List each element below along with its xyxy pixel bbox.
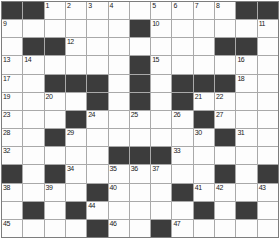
cell-r13c1[interactable]: 45 [2,220,22,237]
black-cell-r7c4 [66,111,86,128]
black-cell-r13c8 [151,220,171,237]
cell-r3c4[interactable]: 12 [66,38,86,55]
clue-number-19: 19 [3,93,10,101]
cell-r6c13[interactable] [258,93,278,110]
black-cell-r5c11 [215,75,235,92]
cell-r5c6[interactable] [109,75,129,92]
clue-number-25: 25 [131,111,138,119]
cell-r9c4[interactable] [66,147,86,164]
cell-r11c3[interactable]: 39 [45,184,65,201]
black-cell-r1c13 [258,2,278,19]
black-cell-r1c12 [236,2,256,19]
clue-number-8: 8 [216,2,219,10]
cell-r2c1[interactable]: 9 [2,20,22,37]
cell-r4c5[interactable] [87,56,107,73]
cell-r6c6[interactable] [109,93,129,110]
cell-r10c8[interactable]: 37 [151,165,171,182]
black-cell-r6c7 [130,93,150,110]
clue-number-11: 11 [259,20,265,28]
clue-number-6: 6 [173,2,176,10]
cell-r2c3[interactable] [45,20,65,37]
clue-number-38: 38 [3,184,10,192]
cell-r6c3[interactable]: 20 [45,93,65,110]
cell-r13c2[interactable] [23,220,43,237]
cell-r2c8[interactable]: 10 [151,20,171,37]
clue-number-47: 47 [173,220,180,228]
cell-r12c13[interactable] [258,202,278,219]
cell-r8c2[interactable] [23,129,43,146]
clue-number-37: 37 [152,165,159,173]
black-cell-r7c10 [194,111,214,128]
clue-number-32: 32 [3,147,10,155]
cell-r10c5[interactable] [87,165,107,182]
cell-r8c5[interactable] [87,129,107,146]
clue-number-7: 7 [195,2,198,10]
cell-r4c13[interactable] [258,56,278,73]
cell-r3c7[interactable] [130,38,150,55]
cell-r9c13[interactable] [258,147,278,164]
cell-r9c12[interactable] [236,147,256,164]
cell-r2c5[interactable] [87,20,107,37]
cell-r11c13[interactable]: 43 [258,184,278,201]
clue-number-17: 17 [3,75,10,83]
clue-number-2: 2 [67,2,70,10]
cell-r4c9[interactable] [172,56,192,73]
cell-r3c10[interactable] [194,38,214,55]
cell-r7c1[interactable]: 23 [2,111,22,128]
cell-r1c4[interactable]: 2 [66,2,86,19]
black-cell-r5c4 [66,75,86,92]
cell-r5c12[interactable]: 18 [236,75,256,92]
black-cell-r10c1 [2,165,22,182]
black-cell-r5c9 [172,75,192,92]
cell-r9c11[interactable] [215,147,235,164]
cell-r7c3[interactable] [45,111,65,128]
cell-r1c9[interactable]: 6 [172,2,192,19]
cell-r12c1[interactable] [2,202,22,219]
cell-r13c12[interactable] [236,220,256,237]
cell-r13c4[interactable] [66,220,86,237]
black-cell-r12c10 [194,202,214,219]
cell-r5c8[interactable] [151,75,171,92]
black-cell-r8c11 [215,129,235,146]
cell-r9c5[interactable] [87,147,107,164]
cell-r10c9[interactable] [172,165,192,182]
cell-r3c6[interactable] [109,38,129,55]
cell-r9c3[interactable] [45,147,65,164]
black-cell-r6c9 [172,93,192,110]
cell-r3c9[interactable] [172,38,192,55]
clue-number-1: 1 [46,2,49,10]
cell-r11c10[interactable]: 41 [194,184,214,201]
cell-r8c13[interactable] [258,129,278,146]
clue-number-28: 28 [3,129,10,137]
clue-number-10: 10 [152,20,159,28]
cell-r7c13[interactable] [258,111,278,128]
cell-r7c6[interactable] [109,111,129,128]
black-cell-r12c2 [23,202,43,219]
cell-r13c13[interactable] [258,220,278,237]
cell-r2c10[interactable] [194,20,214,37]
cell-r5c2[interactable] [23,75,43,92]
clue-number-22: 22 [216,93,223,101]
black-cell-r5c10 [194,75,214,92]
cell-r12c8[interactable] [151,202,171,219]
clue-number-45: 45 [3,220,10,228]
cell-r1c6[interactable]: 4 [109,2,129,19]
cell-r4c10[interactable] [194,56,214,73]
clue-number-46: 46 [110,220,117,228]
cell-r4c12[interactable]: 16 [236,56,256,73]
clue-number-33: 33 [173,147,180,155]
cell-r6c12[interactable] [236,93,256,110]
clue-number-42: 42 [216,184,223,192]
clue-number-27: 27 [216,111,223,119]
cell-r11c7[interactable] [130,184,150,201]
cell-r3c8[interactable] [151,38,171,55]
clue-number-29: 29 [67,129,74,137]
cell-r6c11[interactable]: 22 [215,93,235,110]
clue-number-44: 44 [88,202,95,210]
black-cell-r9c6 [109,147,129,164]
cell-r2c4[interactable] [66,20,86,37]
cell-r5c1[interactable]: 17 [2,75,22,92]
cell-r2c11[interactable] [215,20,235,37]
cell-r7c9[interactable]: 26 [172,111,192,128]
cell-r5c13[interactable] [258,75,278,92]
cell-r7c2[interactable] [23,111,43,128]
black-cell-r13c5 [87,220,107,237]
black-cell-r1c1 [2,2,22,19]
cell-r10c10[interactable] [194,165,214,182]
cell-r13c10[interactable] [194,220,214,237]
black-cell-r5c7 [130,75,150,92]
black-cell-r3c2 [23,38,43,55]
clue-number-23: 23 [3,111,10,119]
cell-r3c1[interactable] [2,38,22,55]
cell-r6c1[interactable]: 19 [2,93,22,110]
cell-r4c1[interactable]: 13 [2,56,22,73]
black-cell-r6c5 [87,93,107,110]
clue-number-43: 43 [259,184,266,192]
clue-number-34: 34 [67,165,74,173]
clue-number-13: 13 [3,56,10,64]
cell-r4c11[interactable] [215,56,235,73]
cell-r11c11[interactable]: 42 [215,184,235,201]
clue-number-14: 14 [24,56,31,64]
cell-r2c12[interactable] [236,20,256,37]
black-cell-r4c7 [130,56,150,73]
cell-r12c7[interactable] [130,202,150,219]
cell-r9c10[interactable] [194,147,214,164]
black-cell-r10c11 [215,165,235,182]
black-cell-r3c12 [236,38,256,55]
clue-number-41: 41 [195,184,202,192]
black-cell-r11c9 [172,184,192,201]
cell-r8c4[interactable]: 29 [66,129,86,146]
cell-r10c2[interactable] [23,165,43,182]
black-cell-r12c4 [66,202,86,219]
cell-r10c7[interactable]: 36 [130,165,150,182]
clue-number-15: 15 [152,56,159,64]
cell-r2c9[interactable] [172,20,192,37]
clue-number-24: 24 [88,111,95,119]
cell-r8c9[interactable] [172,129,192,146]
cell-r1c7[interactable] [130,2,150,19]
cell-r9c1[interactable]: 32 [2,147,22,164]
black-cell-r2c7 [130,20,150,37]
cell-r13c7[interactable] [130,220,150,237]
cell-r1c11[interactable]: 8 [215,2,235,19]
cell-r13c6[interactable]: 46 [109,220,129,237]
cell-r8c6[interactable] [109,129,129,146]
cell-r11c6[interactable]: 40 [109,184,129,201]
cell-r7c11[interactable]: 27 [215,111,235,128]
cell-r7c7[interactable]: 25 [130,111,150,128]
cell-r8c1[interactable]: 28 [2,129,22,146]
cell-r1c8[interactable]: 5 [151,2,171,19]
black-cell-r5c5 [87,75,107,92]
clue-number-35: 35 [110,165,117,173]
clue-number-5: 5 [152,2,155,10]
clue-number-18: 18 [237,75,244,83]
cell-r6c2[interactable] [23,93,43,110]
black-cell-r5c3 [45,75,65,92]
cell-r10c12[interactable] [236,165,256,182]
cell-r2c6[interactable] [109,20,129,37]
clue-number-3: 3 [88,2,91,10]
black-cell-r3c11 [215,38,235,55]
cell-r11c1[interactable]: 38 [2,184,22,201]
cell-r11c12[interactable] [236,184,256,201]
cell-r4c3[interactable] [45,56,65,73]
clue-number-26: 26 [173,111,180,119]
cell-r7c12[interactable] [236,111,256,128]
cell-r4c6[interactable] [109,56,129,73]
cell-r11c2[interactable] [23,184,43,201]
cell-r6c8[interactable] [151,93,171,110]
cell-r1c10[interactable]: 7 [194,2,214,19]
cell-r12c9[interactable] [172,202,192,219]
clue-number-31: 31 [237,129,244,137]
clue-number-21: 21 [195,93,202,101]
cell-r2c13[interactable]: 11 [258,20,278,37]
cell-r7c5[interactable]: 24 [87,111,107,128]
cell-r4c2[interactable]: 14 [23,56,43,73]
black-cell-r8c3 [45,129,65,146]
black-cell-r1c2 [23,2,43,19]
cell-r4c8[interactable]: 15 [151,56,171,73]
clue-number-16: 16 [237,56,244,64]
cell-r8c12[interactable]: 31 [236,129,256,146]
cell-r2c2[interactable] [23,20,43,37]
clue-number-40: 40 [110,184,117,192]
black-cell-r12c12 [236,202,256,219]
cell-r10c6[interactable]: 35 [109,165,129,182]
clue-number-39: 39 [46,184,53,192]
clue-number-30: 30 [195,129,202,137]
cell-r3c13[interactable] [258,38,278,55]
cell-r8c10[interactable]: 30 [194,129,214,146]
black-cell-r10c13 [258,165,278,182]
black-cell-r3c3 [45,38,65,55]
cell-r10c4[interactable]: 34 [66,165,86,182]
cell-r7c8[interactable] [151,111,171,128]
clue-number-20: 20 [46,93,53,101]
black-cell-r10c3 [45,165,65,182]
cell-r3c5[interactable] [87,38,107,55]
black-cell-r11c5 [87,184,107,201]
cell-r12c11[interactable] [215,202,235,219]
cell-r1c3[interactable]: 1 [45,2,65,19]
cell-r11c4[interactable] [66,184,86,201]
clue-number-9: 9 [3,20,6,28]
cell-r8c8[interactable] [151,129,171,146]
cell-r13c11[interactable] [215,220,235,237]
cell-r12c5[interactable]: 44 [87,202,107,219]
cell-r9c9[interactable]: 33 [172,147,192,164]
cell-r1c5[interactable]: 3 [87,2,107,19]
clue-number-4: 4 [110,2,113,10]
black-cell-r9c7 [130,147,150,164]
cell-r9c2[interactable] [23,147,43,164]
cell-r6c4[interactable] [66,93,86,110]
black-cell-r9c8 [151,147,171,164]
cell-r13c9[interactable]: 47 [172,220,192,237]
cell-r11c8[interactable] [151,184,171,201]
clue-number-12: 12 [67,38,74,46]
cell-r12c3[interactable] [45,202,65,219]
cell-r4c4[interactable] [66,56,86,73]
cell-r12c6[interactable] [109,202,129,219]
cell-r13c3[interactable] [45,220,65,237]
cell-r8c7[interactable] [130,129,150,146]
crossword-board: 1234567891011121314151617181920212223242… [1,1,279,238]
cell-r6c10[interactable]: 21 [194,93,214,110]
clue-number-36: 36 [131,165,138,173]
